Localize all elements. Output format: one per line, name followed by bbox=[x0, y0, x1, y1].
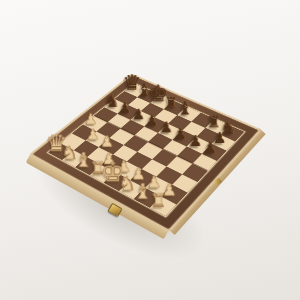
piece-black-pawn-h6: ♟ bbox=[204, 140, 218, 155]
piece-white-pawn-a4: ♟ bbox=[84, 112, 97, 127]
piece-black-bishop-e8: ♝ bbox=[177, 99, 193, 117]
piece-white-rook-h1: ♜ bbox=[151, 192, 167, 210]
piece-white-pawn-c3: ♟ bbox=[100, 134, 114, 149]
piece-black-pawn-d6: ♟ bbox=[146, 114, 159, 129]
piece-black-pawn-c6: ♟ bbox=[132, 107, 145, 121]
piece-black-pawn-b6: ♟ bbox=[119, 101, 132, 115]
piece-black-pawn-f6: ♟ bbox=[174, 127, 187, 142]
product-photo-scene: ♛♝♚♜♝♜♞♟♞♟♟♟♟♟♟♟♟♟♟♟♟♟♟♟♛♞♝♜♚♞♝♜ bbox=[0, 0, 300, 300]
piece-black-rook-g8: ♜ bbox=[207, 114, 221, 130]
piece-black-pawn-g6: ♟ bbox=[189, 134, 203, 149]
square-h4 bbox=[182, 163, 208, 181]
piece-white-pawn-b3: ♟ bbox=[86, 128, 99, 143]
piece-black-pawn-e6: ♟ bbox=[160, 120, 173, 135]
